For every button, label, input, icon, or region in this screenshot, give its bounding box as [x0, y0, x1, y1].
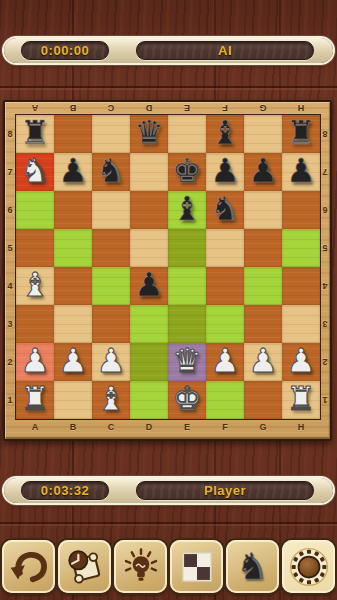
square-g3[interactable]: [244, 305, 282, 343]
piece-black-pawn[interactable]: ♟: [134, 268, 164, 301]
square-f1[interactable]: [206, 381, 244, 419]
file-labels-top: ABCDEFGH: [16, 101, 320, 115]
square-c2[interactable]: ♟: [92, 343, 130, 381]
player-name: Player: [136, 481, 314, 500]
square-e6[interactable]: ♝: [168, 191, 206, 229]
square-f4[interactable]: [206, 267, 244, 305]
coord-label: 8: [319, 115, 331, 153]
coord-label: 3: [319, 305, 331, 343]
coord-label: F: [206, 419, 244, 437]
coord-label: G: [244, 101, 282, 115]
square-a6[interactable]: [16, 191, 54, 229]
square-b1[interactable]: [54, 381, 92, 419]
opponent-timer: 0:00:00: [21, 41, 109, 60]
square-h8[interactable]: ♜: [282, 115, 320, 153]
square-c3[interactable]: [92, 305, 130, 343]
square-b5[interactable]: [54, 229, 92, 267]
coord-label: E: [168, 419, 206, 437]
square-d1[interactable]: [130, 381, 168, 419]
square-h2[interactable]: ♟: [282, 343, 320, 381]
coord-label: 5: [4, 229, 16, 267]
piece-white-pawn[interactable]: ♟: [286, 344, 316, 377]
square-e4[interactable]: [168, 267, 206, 305]
square-g2[interactable]: ♟: [244, 343, 282, 381]
square-f3[interactable]: [206, 305, 244, 343]
piece-white-knight[interactable]: ♞: [20, 154, 50, 187]
square-b4[interactable]: [54, 267, 92, 305]
square-h1[interactable]: ♜: [282, 381, 320, 419]
lightbulb-icon: [121, 547, 161, 587]
square-a7[interactable]: ♞: [16, 153, 54, 191]
piece-black-bishop[interactable]: ♝: [210, 116, 240, 149]
square-d4[interactable]: ♟: [130, 267, 168, 305]
player-timer: 0:03:32: [21, 481, 109, 500]
square-g1[interactable]: [244, 381, 282, 419]
coord-label: 4: [319, 267, 331, 305]
rank-labels-left: 87654321: [4, 115, 16, 419]
board-playing-area: ♜♛♝♜♞♟♞♚♟♟♟♝♞♝♟♟♟♟♛♟♟♟♜♝♚♜: [16, 115, 320, 419]
square-e7[interactable]: ♚: [168, 153, 206, 191]
square-f5[interactable]: [206, 229, 244, 267]
square-a4[interactable]: ♝: [16, 267, 54, 305]
coord-label: E: [168, 101, 206, 115]
square-g4[interactable]: [244, 267, 282, 305]
square-a8[interactable]: ♜: [16, 115, 54, 153]
square-e8[interactable]: [168, 115, 206, 153]
piece-black-bishop[interactable]: ♝: [172, 192, 202, 225]
coord-label: B: [54, 419, 92, 437]
coord-label: A: [16, 419, 54, 437]
hint-button[interactable]: [114, 540, 167, 593]
piece-black-pawn[interactable]: ♟: [58, 154, 88, 187]
undo-button[interactable]: [2, 540, 55, 593]
square-b7[interactable]: ♟: [54, 153, 92, 191]
move-history-button[interactable]: [58, 540, 111, 593]
square-f8[interactable]: ♝: [206, 115, 244, 153]
coord-label: 8: [4, 115, 16, 153]
square-h4[interactable]: [282, 267, 320, 305]
square-d3[interactable]: [130, 305, 168, 343]
square-e2[interactable]: ♛: [168, 343, 206, 381]
square-e5[interactable]: [168, 229, 206, 267]
chess-board: ABCDEFGH 87654321 87654321 ABCDEFGH ♜♛♝♜…: [3, 100, 332, 441]
square-d5[interactable]: [130, 229, 168, 267]
wheel-icon: [288, 546, 330, 588]
square-g6[interactable]: [244, 191, 282, 229]
opponent-bar: 0:00:00 AI: [4, 38, 333, 63]
square-a3[interactable]: [16, 305, 54, 343]
piece-white-queen[interactable]: ♛: [172, 344, 202, 377]
piece-black-knight[interactable]: ♞: [210, 192, 240, 225]
square-g8[interactable]: [244, 115, 282, 153]
piece-black-pawn[interactable]: ♟: [286, 154, 316, 187]
square-d6[interactable]: [130, 191, 168, 229]
coord-label: 4: [4, 267, 16, 305]
board-grid: ♜♛♝♜♞♟♞♚♟♟♟♝♞♝♟♟♟♟♛♟♟♟♜♝♚♜: [16, 115, 320, 419]
coord-label: 3: [4, 305, 16, 343]
square-e3[interactable]: [168, 305, 206, 343]
piece-white-rook[interactable]: ♜: [20, 382, 50, 415]
piece-black-pawn[interactable]: ♟: [210, 154, 240, 187]
square-b2[interactable]: ♟: [54, 343, 92, 381]
piece-black-knight[interactable]: ♞: [96, 154, 126, 187]
square-g5[interactable]: [244, 229, 282, 267]
coord-label: D: [130, 419, 168, 437]
coord-label: 6: [4, 191, 16, 229]
coord-label: G: [244, 419, 282, 437]
square-b8[interactable]: [54, 115, 92, 153]
square-c8[interactable]: [92, 115, 130, 153]
square-c6[interactable]: [92, 191, 130, 229]
undo-arrow-icon: [9, 547, 49, 587]
square-c1[interactable]: ♝: [92, 381, 130, 419]
square-h6[interactable]: [282, 191, 320, 229]
square-b3[interactable]: [54, 305, 92, 343]
square-a5[interactable]: [16, 229, 54, 267]
square-f2[interactable]: ♟: [206, 343, 244, 381]
toolbar: ♞: [2, 540, 335, 593]
player-bar: 0:03:32 Player: [4, 478, 333, 503]
coord-label: C: [92, 419, 130, 437]
piece-style-button[interactable]: ♞: [226, 540, 279, 593]
square-a2[interactable]: ♟: [16, 343, 54, 381]
square-d8[interactable]: ♛: [130, 115, 168, 153]
coord-label: 7: [4, 153, 16, 191]
square-h7[interactable]: ♟: [282, 153, 320, 191]
piece-white-pawn[interactable]: ♟: [20, 344, 50, 377]
piece-white-king[interactable]: ♚: [172, 382, 202, 415]
file-labels-bottom: ABCDEFGH: [16, 419, 320, 437]
coord-label: 7: [319, 153, 331, 191]
opponent-name: AI: [136, 41, 314, 60]
piece-white-pawn[interactable]: ♟: [210, 344, 240, 377]
coord-label: B: [54, 101, 92, 115]
coord-label: 1: [4, 381, 16, 419]
knight-icon: ♞: [236, 549, 268, 585]
square-h3[interactable]: [282, 305, 320, 343]
game-options-button[interactable]: [282, 540, 335, 593]
square-a1[interactable]: ♜: [16, 381, 54, 419]
coord-label: 2: [4, 343, 16, 381]
piece-black-rook[interactable]: ♜: [286, 116, 316, 149]
scroll-clock-icon: [65, 547, 105, 587]
piece-white-bishop[interactable]: ♝: [20, 268, 50, 301]
coord-label: C: [92, 101, 130, 115]
square-b6[interactable]: [54, 191, 92, 229]
square-f7[interactable]: ♟: [206, 153, 244, 191]
piece-white-pawn[interactable]: ♟: [58, 344, 88, 377]
piece-black-rook[interactable]: ♜: [20, 116, 50, 149]
coord-label: H: [282, 419, 320, 437]
square-c5[interactable]: [92, 229, 130, 267]
piece-black-queen[interactable]: ♛: [134, 116, 164, 149]
square-e1[interactable]: ♚: [168, 381, 206, 419]
piece-white-pawn[interactable]: ♟: [96, 344, 126, 377]
coord-label: 2: [319, 343, 331, 381]
checkerboard-icon: [177, 547, 217, 587]
square-d2[interactable]: [130, 343, 168, 381]
piece-black-pawn[interactable]: ♟: [248, 154, 278, 187]
square-g7[interactable]: ♟: [244, 153, 282, 191]
coord-label: 6: [319, 191, 331, 229]
piece-black-king[interactable]: ♚: [172, 154, 202, 187]
square-c4[interactable]: [92, 267, 130, 305]
square-c7[interactable]: ♞: [92, 153, 130, 191]
rank-labels-right: 87654321: [319, 115, 331, 419]
piece-white-bishop[interactable]: ♝: [96, 382, 126, 415]
chess-app: 0:00:00 AI ABCDEFGH 87654321 87654321 AB…: [0, 0, 337, 600]
coord-label: 1: [319, 381, 331, 419]
piece-white-rook[interactable]: ♜: [286, 382, 316, 415]
board-style-button[interactable]: [170, 540, 223, 593]
square-f6[interactable]: ♞: [206, 191, 244, 229]
square-h5[interactable]: [282, 229, 320, 267]
coord-label: 5: [319, 229, 331, 267]
square-d7[interactable]: [130, 153, 168, 191]
piece-white-pawn[interactable]: ♟: [248, 344, 278, 377]
